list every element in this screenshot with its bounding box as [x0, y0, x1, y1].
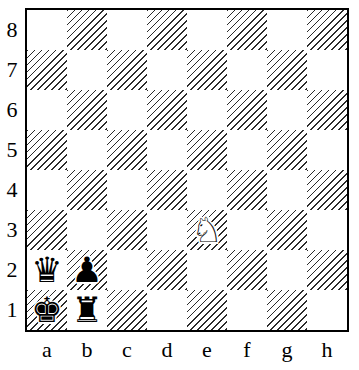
square-f5	[227, 130, 267, 170]
rank-label-4: 4	[0, 170, 24, 210]
square-c6	[107, 90, 147, 130]
square-c5	[107, 130, 147, 170]
file-label-b: b	[67, 333, 107, 367]
square-c2	[107, 250, 147, 290]
square-d4	[147, 170, 187, 210]
square-e4	[187, 170, 227, 210]
square-b7	[67, 50, 107, 90]
square-b4	[67, 170, 107, 210]
square-a6	[27, 90, 67, 130]
square-f2	[227, 250, 267, 290]
rank-label-1: 1	[0, 290, 24, 330]
rank-label-3: 3	[0, 210, 24, 250]
square-e1	[187, 290, 227, 330]
square-e5	[187, 130, 227, 170]
square-a8	[27, 10, 67, 50]
square-d1	[147, 290, 187, 330]
square-g2	[267, 250, 307, 290]
square-d8	[147, 10, 187, 50]
file-label-f: f	[227, 333, 267, 367]
file-label-a: a	[27, 333, 67, 367]
square-d5	[147, 130, 187, 170]
rank-label-7: 7	[0, 50, 24, 90]
square-f1	[227, 290, 267, 330]
square-h5	[307, 130, 347, 170]
square-a7	[27, 50, 67, 90]
square-b3	[67, 210, 107, 250]
square-d3	[147, 210, 187, 250]
square-f8	[227, 10, 267, 50]
square-g5	[267, 130, 307, 170]
file-labels: abcdefgh	[27, 333, 347, 367]
square-g8	[267, 10, 307, 50]
square-b1: ♜	[67, 290, 107, 330]
piece-fill-white-knight-e3: ♞	[187, 210, 227, 250]
square-c7	[107, 50, 147, 90]
square-e2	[187, 250, 227, 290]
square-g6	[267, 90, 307, 130]
square-h8	[307, 10, 347, 50]
square-c1	[107, 290, 147, 330]
square-f3	[227, 210, 267, 250]
square-h6	[307, 90, 347, 130]
square-g3	[267, 210, 307, 250]
square-h4	[307, 170, 347, 210]
square-c3	[107, 210, 147, 250]
square-d2	[147, 250, 187, 290]
square-a2: ♛	[27, 250, 67, 290]
square-b2: ♟	[67, 250, 107, 290]
rank-labels: 87654321	[0, 10, 24, 330]
square-g1	[267, 290, 307, 330]
square-c8	[107, 10, 147, 50]
file-label-c: c	[107, 333, 147, 367]
square-a1: ♚	[27, 290, 67, 330]
rank-label-5: 5	[0, 130, 24, 170]
square-a4	[27, 170, 67, 210]
chess-board: ♞♘♛♟♚♜	[25, 8, 349, 332]
square-a3	[27, 210, 67, 250]
square-e8	[187, 10, 227, 50]
piece-black-rook-b1: ♜	[67, 290, 107, 330]
piece-white-knight-e3: ♘	[187, 210, 227, 250]
piece-black-king-a1: ♚	[27, 290, 67, 330]
square-d7	[147, 50, 187, 90]
square-e6	[187, 90, 227, 130]
square-h2	[307, 250, 347, 290]
square-h3	[307, 210, 347, 250]
square-e7	[187, 50, 227, 90]
chess-diagram: 87654321 ♞♘♛♟♚♜ abcdefgh	[0, 0, 359, 370]
piece-black-pawn-b2: ♟	[67, 250, 107, 290]
square-f4	[227, 170, 267, 210]
square-c4	[107, 170, 147, 210]
square-b6	[67, 90, 107, 130]
square-h1	[307, 290, 347, 330]
rank-label-6: 6	[0, 90, 24, 130]
square-e3: ♞♘	[187, 210, 227, 250]
rank-label-2: 2	[0, 250, 24, 290]
file-label-e: e	[187, 333, 227, 367]
square-h7	[307, 50, 347, 90]
piece-black-queen-a2: ♛	[27, 250, 67, 290]
file-label-h: h	[307, 333, 347, 367]
square-b8	[67, 10, 107, 50]
square-a5	[27, 130, 67, 170]
square-g7	[267, 50, 307, 90]
square-f6	[227, 90, 267, 130]
file-label-g: g	[267, 333, 307, 367]
rank-label-8: 8	[0, 10, 24, 50]
square-f7	[227, 50, 267, 90]
file-label-d: d	[147, 333, 187, 367]
square-d6	[147, 90, 187, 130]
square-b5	[67, 130, 107, 170]
square-g4	[267, 170, 307, 210]
